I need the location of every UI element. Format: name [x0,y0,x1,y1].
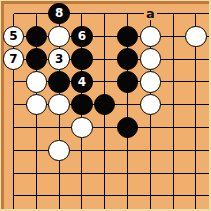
white-stone [48,26,70,48]
white-stone [140,48,162,70]
black-stone [117,48,139,70]
black-stone: 6 [71,26,93,48]
white-stone [48,94,70,116]
stone-move-number: 7 [9,53,17,65]
black-stone [117,71,139,93]
black-stone: 8 [48,3,70,25]
black-stone [94,94,116,116]
black-stone [117,26,139,48]
stone-move-number: 4 [78,75,86,87]
black-stone: 4 [71,71,93,93]
point-label-a: a [144,7,157,20]
black-stone [48,71,70,93]
stone-move-number: 5 [9,30,17,42]
white-stone: 7 [3,48,25,70]
white-stone [48,140,70,162]
black-stone [26,26,48,48]
white-stone [26,94,48,116]
black-stone [71,94,93,116]
go-diagram: 856734a [0,0,211,211]
white-stone [140,26,162,48]
white-stone [140,94,162,116]
go-board: 856734a [2,2,207,207]
black-stone [71,48,93,70]
black-stone [26,48,48,70]
black-stone [117,117,139,139]
white-stone: 5 [3,26,25,48]
stone-move-number: 6 [78,30,86,42]
white-stone [26,71,48,93]
stone-move-number: 3 [55,53,63,65]
stone-move-number: 8 [55,7,63,19]
white-stone [71,117,93,139]
white-stone [140,71,162,93]
white-stone: 3 [48,48,70,70]
white-stone [185,26,207,48]
